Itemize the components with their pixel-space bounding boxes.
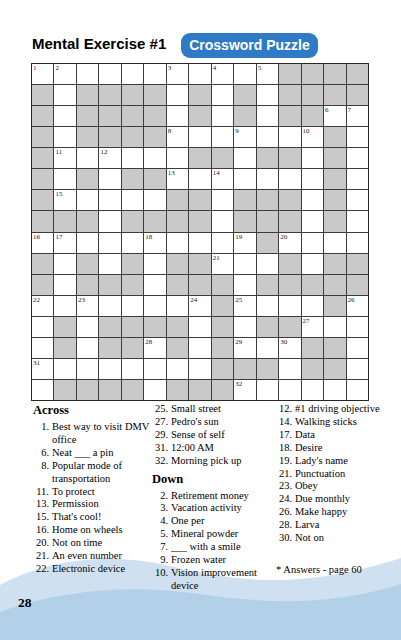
block-cell <box>234 359 255 379</box>
block-cell <box>189 211 210 231</box>
open-cell[interactable]: 3 <box>167 64 188 84</box>
block-cell <box>54 338 75 358</box>
open-cell[interactable]: 8 <box>167 127 188 147</box>
clue-item: 19.Lady's name <box>276 455 398 468</box>
block-cell <box>32 169 53 189</box>
open-cell[interactable] <box>212 190 233 210</box>
open-cell[interactable] <box>99 190 120 210</box>
open-cell[interactable] <box>144 254 165 274</box>
open-cell[interactable] <box>347 190 368 210</box>
open-cell[interactable] <box>347 127 368 147</box>
open-cell[interactable] <box>302 296 323 316</box>
open-cell[interactable] <box>324 380 345 400</box>
open-cell[interactable] <box>144 64 165 84</box>
clue-text: One per <box>171 515 273 528</box>
open-cell[interactable] <box>122 148 143 168</box>
cell-number: 8 <box>168 127 172 135</box>
clue-item: 9.Frozen water <box>152 554 273 567</box>
cell-number: 14 <box>213 169 220 177</box>
block-cell <box>234 106 255 126</box>
block-cell <box>347 85 368 105</box>
clue-text: Permission <box>52 498 152 511</box>
crossword-grid[interactable]: 1234567891011121314151617181920212223242… <box>31 63 369 401</box>
clue-number: 22. <box>33 563 49 576</box>
clue-text: ___ with a smile <box>171 541 273 554</box>
block-cell <box>167 211 188 231</box>
open-cell[interactable]: 26 <box>347 296 368 316</box>
open-cell[interactable] <box>77 148 98 168</box>
open-cell[interactable] <box>167 148 188 168</box>
open-cell[interactable] <box>144 296 165 316</box>
open-cell[interactable] <box>99 296 120 316</box>
clue-text: Vacation activity <box>171 502 273 515</box>
block-cell <box>77 169 98 189</box>
block-cell <box>279 211 300 231</box>
open-cell[interactable]: 30 <box>279 338 300 358</box>
clue-number: 1. <box>33 421 49 447</box>
cell-number: 27 <box>303 317 310 325</box>
open-cell[interactable]: 21 <box>212 254 233 274</box>
clue-number: 10. <box>152 567 168 593</box>
clue-text: Neat ___ a pin <box>52 447 152 460</box>
clue-item: 28.Larva <box>276 519 398 532</box>
open-cell[interactable] <box>302 380 323 400</box>
open-cell[interactable]: 17 <box>54 233 75 253</box>
open-cell[interactable]: 1 <box>32 64 53 84</box>
block-cell <box>257 275 278 295</box>
open-cell[interactable]: 5 <box>257 64 278 84</box>
clue-number: 25. <box>152 403 168 416</box>
clue-text: #1 driving objective <box>295 403 398 416</box>
open-cell[interactable]: 7 <box>347 106 368 126</box>
clue-item: 24.Due monthly <box>276 493 398 506</box>
block-cell <box>234 190 255 210</box>
open-cell[interactable] <box>234 64 255 84</box>
across-clues-list-continued: 25.Small street27.Pedro's sun29.Sense of… <box>152 403 273 468</box>
cell-number: 32 <box>235 380 242 388</box>
block-cell <box>54 380 75 400</box>
open-cell[interactable] <box>257 127 278 147</box>
clue-item: 23.Obey <box>276 480 398 493</box>
open-cell[interactable] <box>167 359 188 379</box>
open-cell[interactable]: 13 <box>167 169 188 189</box>
open-cell[interactable] <box>189 317 210 337</box>
block-cell <box>32 106 53 126</box>
clue-number: 32. <box>152 455 168 468</box>
cell-number: 17 <box>55 233 62 241</box>
clue-number: 28. <box>276 519 292 532</box>
open-cell[interactable]: 23 <box>77 296 98 316</box>
clue-item: 14.Walking sticks <box>276 416 398 429</box>
open-cell[interactable] <box>257 296 278 316</box>
clue-text: That's cool! <box>52 511 152 524</box>
block-cell <box>302 359 323 379</box>
open-cell[interactable]: 22 <box>32 296 53 316</box>
clue-text: Due monthly <box>295 493 398 506</box>
clue-number: 13. <box>33 498 49 511</box>
open-cell[interactable] <box>302 190 323 210</box>
open-cell[interactable] <box>212 233 233 253</box>
clue-item: 29.Sense of self <box>152 429 273 442</box>
open-cell[interactable] <box>279 296 300 316</box>
open-cell[interactable]: 20 <box>279 233 300 253</box>
clue-text: Electronic device <box>52 563 152 576</box>
open-cell[interactable] <box>32 380 53 400</box>
block-cell <box>324 127 345 147</box>
open-cell[interactable]: 16 <box>32 233 53 253</box>
open-cell[interactable] <box>77 233 98 253</box>
open-cell[interactable] <box>347 380 368 400</box>
open-cell[interactable]: 14 <box>212 169 233 189</box>
block-cell <box>77 211 98 231</box>
open-cell[interactable] <box>144 275 165 295</box>
clue-item: 18.Desire <box>276 442 398 455</box>
clue-item: 16.Home on wheels <box>33 524 152 537</box>
open-cell[interactable] <box>77 359 98 379</box>
open-cell[interactable]: 4 <box>212 64 233 84</box>
block-cell <box>144 127 165 147</box>
open-cell[interactable] <box>212 127 233 147</box>
block-cell <box>99 106 120 126</box>
block-cell <box>167 380 188 400</box>
open-cell[interactable] <box>54 296 75 316</box>
clue-item: 15.That's cool! <box>33 511 152 524</box>
block-cell <box>99 317 120 337</box>
block-cell <box>167 317 188 337</box>
open-cell[interactable] <box>257 338 278 358</box>
block-cell <box>324 296 345 316</box>
open-cell[interactable] <box>279 127 300 147</box>
clue-text: To protect <box>52 486 152 499</box>
open-cell[interactable]: 9 <box>234 127 255 147</box>
open-cell[interactable] <box>257 85 278 105</box>
open-cell[interactable]: 18 <box>144 233 165 253</box>
block-cell <box>32 148 53 168</box>
cell-number: 18 <box>145 233 152 241</box>
clue-item: 31.12:00 AM <box>152 442 273 455</box>
block-cell <box>234 85 255 105</box>
open-cell[interactable] <box>324 317 345 337</box>
open-cell[interactable]: 24 <box>189 296 210 316</box>
cell-number: 4 <box>213 64 217 72</box>
open-cell[interactable]: 28 <box>144 338 165 358</box>
cell-number: 5 <box>258 64 262 72</box>
block-cell <box>77 275 98 295</box>
open-cell[interactable] <box>99 359 120 379</box>
open-cell[interactable]: 32 <box>234 380 255 400</box>
block-cell <box>324 275 345 295</box>
block-cell <box>212 275 233 295</box>
clue-item: 22.Electronic device <box>33 563 152 576</box>
open-cell[interactable] <box>77 338 98 358</box>
clue-number: 12. <box>276 403 292 416</box>
open-cell[interactable] <box>144 380 165 400</box>
clue-item: 21.Punctuation <box>276 468 398 481</box>
open-cell[interactable] <box>347 233 368 253</box>
open-cell[interactable] <box>257 254 278 274</box>
across-clues-list: 1.Best way to visit DMV office6.Neat ___… <box>33 421 152 576</box>
block-cell <box>189 190 210 210</box>
open-cell[interactable]: 31 <box>32 359 53 379</box>
block-cell <box>257 233 278 253</box>
cell-number: 2 <box>55 64 59 72</box>
open-cell[interactable]: 19 <box>234 233 255 253</box>
block-cell <box>257 211 278 231</box>
block-cell <box>279 190 300 210</box>
open-cell[interactable] <box>167 233 188 253</box>
open-cell[interactable] <box>54 85 75 105</box>
clue-item: 4.One per <box>152 515 273 528</box>
clue-item: 1.Best way to visit DMV office <box>33 421 152 447</box>
open-cell[interactable] <box>279 169 300 189</box>
clue-text: Data <box>295 429 398 442</box>
block-cell <box>77 380 98 400</box>
cell-number: 20 <box>280 233 287 241</box>
clue-item: 25.Small street <box>152 403 273 416</box>
clue-text: Walking sticks <box>295 416 398 429</box>
block-cell <box>167 338 188 358</box>
open-cell[interactable] <box>122 359 143 379</box>
open-cell[interactable] <box>347 148 368 168</box>
open-cell[interactable] <box>32 317 53 337</box>
cell-number: 21 <box>213 254 220 262</box>
block-cell <box>324 254 345 274</box>
open-cell[interactable] <box>189 127 210 147</box>
clue-item: 11.To protect <box>33 486 152 499</box>
open-cell[interactable] <box>302 254 323 274</box>
open-cell[interactable] <box>167 106 188 126</box>
clue-column-right: 12.#1 driving objective14.Walking sticks… <box>276 403 398 575</box>
block-cell <box>324 148 345 168</box>
open-cell[interactable] <box>189 64 210 84</box>
clue-number: 15. <box>33 511 49 524</box>
clue-item: 8.Popular mode of transportation <box>33 460 152 486</box>
block-cell <box>302 85 323 105</box>
block-cell <box>302 275 323 295</box>
open-cell[interactable] <box>167 296 188 316</box>
open-cell[interactable] <box>347 169 368 189</box>
open-cell[interactable] <box>32 338 53 358</box>
open-cell[interactable]: 2 <box>54 64 75 84</box>
clue-text: Pedro's sun <box>171 416 273 429</box>
open-cell[interactable] <box>144 190 165 210</box>
clue-text: Sense of self <box>171 429 273 442</box>
open-cell[interactable]: 11 <box>54 148 75 168</box>
open-cell[interactable]: 15 <box>54 190 75 210</box>
open-cell[interactable] <box>347 359 368 379</box>
open-cell[interactable] <box>347 317 368 337</box>
cell-number: 3 <box>168 64 172 72</box>
block-cell <box>32 211 53 231</box>
clue-item: 30.Not on <box>276 532 398 545</box>
clue-number: 7. <box>152 541 168 554</box>
open-cell[interactable] <box>54 127 75 147</box>
clue-item: 6.Neat ___ a pin <box>33 447 152 460</box>
clue-item: 12.#1 driving objective <box>276 403 398 416</box>
open-cell[interactable] <box>122 233 143 253</box>
clue-number: 14. <box>276 416 292 429</box>
open-cell[interactable]: 27 <box>302 317 323 337</box>
block-cell <box>144 106 165 126</box>
clue-number: 9. <box>152 554 168 567</box>
open-cell[interactable] <box>77 317 98 337</box>
block-cell <box>212 317 233 337</box>
open-cell[interactable] <box>189 359 210 379</box>
clue-item: 10.Vision improvement device <box>152 567 273 593</box>
open-cell[interactable] <box>99 211 120 231</box>
open-cell[interactable] <box>54 254 75 274</box>
open-cell[interactable] <box>324 233 345 253</box>
open-cell[interactable] <box>302 233 323 253</box>
block-cell <box>122 380 143 400</box>
down-clues-list: 2.Retirement money3.Vacation activity4.O… <box>152 490 273 593</box>
open-cell[interactable] <box>234 169 255 189</box>
open-cell[interactable] <box>99 64 120 84</box>
open-cell[interactable]: 10 <box>302 127 323 147</box>
cell-number: 25 <box>235 296 242 304</box>
cell-number: 1 <box>33 64 37 72</box>
block-cell <box>302 106 323 126</box>
block-cell <box>32 85 53 105</box>
block-cell <box>212 296 233 316</box>
open-cell[interactable] <box>347 211 368 231</box>
open-cell[interactable] <box>257 380 278 400</box>
cell-number: 13 <box>168 169 175 177</box>
clue-text: Obey <box>295 480 398 493</box>
open-cell[interactable] <box>212 85 233 105</box>
open-cell[interactable] <box>347 338 368 358</box>
open-cell[interactable] <box>257 169 278 189</box>
open-cell[interactable] <box>77 190 98 210</box>
cell-number: 22 <box>33 296 40 304</box>
open-cell[interactable] <box>54 169 75 189</box>
open-cell[interactable]: 29 <box>234 338 255 358</box>
clue-text: Home on wheels <box>52 524 152 537</box>
block-cell <box>122 254 143 274</box>
clue-number: 21. <box>276 468 292 481</box>
clue-number: 24. <box>276 493 292 506</box>
block-cell <box>212 359 233 379</box>
down-clues-list-continued: 12.#1 driving objective14.Walking sticks… <box>276 403 398 545</box>
block-cell <box>324 169 345 189</box>
clue-text: 12:00 AM <box>171 442 273 455</box>
block-cell <box>54 317 75 337</box>
across-heading: Across <box>33 403 152 418</box>
open-cell[interactable] <box>189 169 210 189</box>
open-cell[interactable] <box>122 190 143 210</box>
open-cell[interactable] <box>189 233 210 253</box>
open-cell[interactable] <box>279 380 300 400</box>
block-cell <box>167 190 188 210</box>
open-cell[interactable] <box>144 359 165 379</box>
block-cell <box>324 64 345 84</box>
open-cell[interactable] <box>189 338 210 358</box>
open-cell[interactable]: 6 <box>324 106 345 126</box>
block-cell <box>54 211 75 231</box>
cell-number: 28 <box>145 338 152 346</box>
open-cell[interactable] <box>54 106 75 126</box>
open-cell[interactable] <box>99 254 120 274</box>
open-cell[interactable] <box>302 148 323 168</box>
open-cell[interactable] <box>77 64 98 84</box>
block-cell <box>324 85 345 105</box>
clue-item: 13.Permission <box>33 498 152 511</box>
open-cell[interactable] <box>234 317 255 337</box>
block-cell <box>122 317 143 337</box>
crossword-puzzle-badge: Crossword Puzzle <box>181 33 318 58</box>
cell-number: 31 <box>33 359 40 367</box>
block-cell <box>257 359 278 379</box>
open-cell[interactable] <box>302 211 323 231</box>
open-cell[interactable] <box>234 148 255 168</box>
block-cell <box>324 359 345 379</box>
block-cell <box>167 275 188 295</box>
block-cell <box>279 275 300 295</box>
block-cell <box>279 317 300 337</box>
open-cell[interactable] <box>99 233 120 253</box>
clue-item: 32.Morning pick up <box>152 455 273 468</box>
clue-number: 27. <box>152 416 168 429</box>
open-cell[interactable] <box>54 359 75 379</box>
block-cell <box>257 190 278 210</box>
clue-text: Larva <box>295 519 398 532</box>
open-cell[interactable] <box>167 85 188 105</box>
open-cell[interactable] <box>212 106 233 126</box>
block-cell <box>189 106 210 126</box>
open-cell[interactable] <box>302 169 323 189</box>
open-cell[interactable] <box>257 106 278 126</box>
open-cell[interactable] <box>234 275 255 295</box>
clue-text: Lady's name <box>295 455 398 468</box>
block-cell <box>279 64 300 84</box>
open-cell[interactable]: 12 <box>99 148 120 168</box>
open-cell[interactable]: 25 <box>234 296 255 316</box>
block-cell <box>122 169 143 189</box>
clue-number: 19. <box>276 455 292 468</box>
open-cell[interactable] <box>54 275 75 295</box>
clue-text: Make happy <box>295 506 398 519</box>
block-cell <box>144 211 165 231</box>
open-cell[interactable] <box>234 254 255 274</box>
block-cell <box>212 338 233 358</box>
clue-number: 2. <box>152 490 168 503</box>
open-cell[interactable] <box>212 211 233 231</box>
block-cell <box>189 380 210 400</box>
open-cell[interactable] <box>122 64 143 84</box>
open-cell[interactable] <box>99 169 120 189</box>
block-cell <box>279 85 300 105</box>
clue-item: 3.Vacation activity <box>152 502 273 515</box>
block-cell <box>122 211 143 231</box>
block-cell <box>144 169 165 189</box>
clue-number: 30. <box>276 532 292 545</box>
clue-item: 5.Mineral powder <box>152 528 273 541</box>
open-cell[interactable] <box>144 148 165 168</box>
down-heading: Down <box>152 472 273 487</box>
clue-number: 6. <box>33 447 49 460</box>
page-title: Mental Exercise #1 <box>32 35 166 52</box>
open-cell[interactable] <box>122 296 143 316</box>
clue-text: Morning pick up <box>171 455 273 468</box>
clue-number: 11. <box>33 486 49 499</box>
block-cell <box>279 106 300 126</box>
clue-number: 26. <box>276 506 292 519</box>
block-cell <box>32 275 53 295</box>
clue-text: Frozen water <box>171 554 273 567</box>
open-cell[interactable] <box>279 359 300 379</box>
block-cell <box>302 64 323 84</box>
block-cell <box>347 254 368 274</box>
